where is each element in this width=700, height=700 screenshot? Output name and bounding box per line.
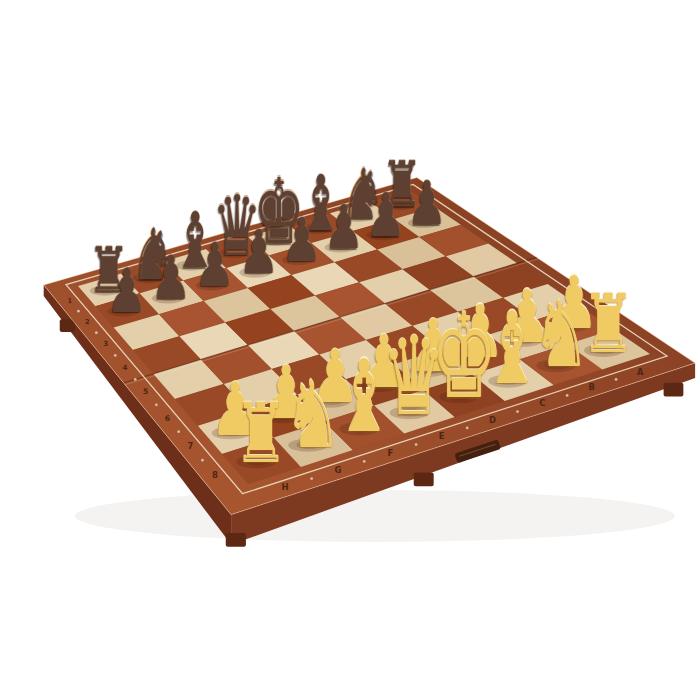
rank-label-1: 1 [68, 297, 73, 305]
piece-dark-pawn[interactable]: ♟ [151, 248, 192, 309]
rank-label-4: 4 [123, 363, 128, 372]
rank-label-3: 3 [103, 340, 108, 348]
board-foot [664, 383, 684, 397]
screw-pin [310, 477, 313, 480]
piece-dark-pawn[interactable]: ♟ [238, 223, 279, 283]
piece-light-rook[interactable]: ♜ [234, 394, 289, 476]
screw-pin [155, 403, 158, 406]
board-foot [414, 472, 434, 486]
rank-label-6: 6 [165, 414, 170, 423]
screw-pin [566, 394, 569, 397]
piece-dark-pawn[interactable]: ♟ [106, 261, 147, 322]
piece-dark-pawn[interactable]: ♟ [365, 186, 406, 246]
rank-label-5: 5 [143, 387, 148, 396]
screw-pin [177, 430, 180, 433]
piece-dark-pawn[interactable]: ♟ [407, 173, 448, 233]
rank-label-8: 8 [212, 470, 218, 480]
rank-label-7: 7 [188, 441, 194, 451]
ground-shadow [75, 490, 675, 542]
piece-light-knight[interactable]: ♞ [283, 369, 342, 461]
screw-pin [466, 427, 469, 430]
screw-pin [516, 410, 519, 413]
board-foot [226, 533, 246, 547]
file-label-H: H [281, 482, 288, 492]
screw-pin [615, 378, 618, 381]
screw-pin [201, 459, 204, 462]
rank-label-2: 2 [85, 318, 90, 326]
screw-pin [114, 354, 117, 357]
piece-dark-pawn[interactable]: ♟ [195, 236, 236, 297]
file-label-A: A [637, 367, 644, 377]
piece-dark-pawn[interactable]: ♟ [281, 210, 322, 270]
piece-light-bishop[interactable]: ♝ [334, 346, 394, 446]
screw-pin [77, 310, 80, 313]
screw-pin [363, 460, 366, 463]
chess-set-photo: 8H7G6F5E4D3C2B1A ♜♞♟♝♟♚♟♛♟♝♟♞♟♜♟♟♟♟♜♟♞♟♝… [0, 0, 700, 700]
screw-pin [415, 443, 418, 446]
screw-pin [95, 331, 98, 334]
piece-dark-pawn[interactable]: ♟ [324, 198, 365, 258]
screw-pin [134, 378, 137, 381]
